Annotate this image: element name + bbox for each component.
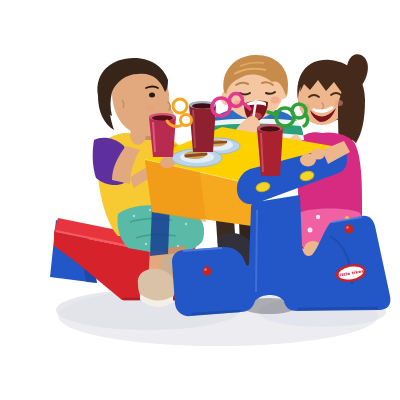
red-screw [203, 267, 212, 276]
red-screw [345, 225, 354, 234]
product-photo: little tikes [0, 0, 400, 400]
boy-pointing-finger [136, 114, 143, 135]
picnic-table-scene: little tikes [0, 0, 400, 400]
